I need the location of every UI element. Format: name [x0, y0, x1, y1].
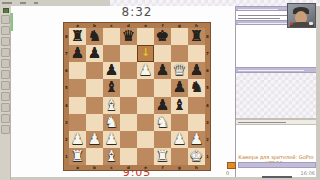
square-g4[interactable]: ♝ [171, 97, 188, 114]
piece-black-bishop-c5[interactable]: ♝ [105, 80, 118, 95]
square-d6[interactable] [120, 62, 137, 79]
square-c1[interactable]: ♝ [103, 148, 120, 165]
piece-white-pawn-e6[interactable]: ♟ [139, 63, 152, 78]
piece-white-knight-f3[interactable]: ♞ [156, 115, 169, 130]
rank-label: 4 [205, 97, 210, 114]
piece-white-pawn-g2[interactable]: ♟ [173, 132, 186, 147]
panel-section-strip [236, 67, 316, 73]
square-f8[interactable]: ♚ [154, 28, 171, 45]
square-c4[interactable]: ♝ [103, 97, 120, 114]
file-label: g [171, 165, 188, 170]
file-label: a [69, 165, 86, 170]
piece-black-knight-b8[interactable]: ♞ [88, 29, 101, 44]
side-tool-button[interactable] [1, 92, 10, 101]
opponent-clock: 8:32 [102, 5, 172, 19]
square-e7[interactable]: ↓ [137, 45, 154, 62]
piece-black-pawn-c6[interactable]: ♟ [105, 63, 118, 78]
window-title-text-placeholder [2, 2, 12, 5]
rank-label: 2 [205, 131, 210, 148]
square-f7[interactable] [154, 45, 171, 62]
square-f5[interactable] [154, 79, 171, 96]
square-b3[interactable] [86, 114, 103, 131]
square-h4[interactable] [188, 97, 205, 114]
chess-board: abcdefgh8♜♞♛♚♜87♟♟↓76♟♟♟♛♟65♝♟♞54♝♟♝43♞♞… [63, 22, 211, 171]
rank-label: 3 [205, 114, 210, 131]
piece-white-bishop-c4[interactable]: ♝ [105, 98, 118, 113]
square-c2[interactable]: ♟ [103, 131, 120, 148]
square-b7[interactable]: ♟ [86, 45, 103, 62]
square-g8[interactable] [171, 28, 188, 45]
square-d3[interactable] [120, 114, 137, 131]
square-c3[interactable]: ♞ [103, 114, 120, 131]
webcam-control-icon[interactable] [309, 22, 313, 25]
square-d4[interactable] [120, 97, 137, 114]
square-d7[interactable] [120, 45, 137, 62]
piece-white-king-h1[interactable]: ♚ [190, 149, 203, 164]
rank-label: 8 [205, 28, 210, 45]
piece-black-pawn-f4[interactable]: ♟ [156, 98, 169, 113]
piece-white-queen-g6[interactable]: ♛ [173, 63, 186, 78]
square-g5[interactable]: ♟ [171, 79, 188, 96]
side-tool-button[interactable] [1, 15, 10, 24]
square-b2[interactable]: ♟ [86, 131, 103, 148]
square-a4[interactable] [69, 97, 86, 114]
webcam-feed [287, 3, 316, 28]
piece-black-queen-d8[interactable]: ♛ [122, 29, 135, 44]
piece-black-pawn-a7[interactable]: ♟ [71, 46, 84, 61]
file-label: f [154, 165, 171, 170]
file-label: c [103, 165, 120, 170]
square-h8[interactable]: ♜ [188, 28, 205, 45]
panel-timestamp: 16:06 [295, 170, 315, 176]
square-f4[interactable]: ♟ [154, 97, 171, 114]
square-e6[interactable]: ♟ [137, 62, 154, 79]
side-tool-button[interactable] [1, 48, 10, 57]
window-title-text-placeholder [20, 2, 26, 5]
square-d5[interactable] [120, 79, 137, 96]
piece-black-pawn-g5[interactable]: ♟ [173, 80, 186, 95]
window-title-text-placeholder [34, 2, 38, 5]
piece-black-king-f8[interactable]: ♚ [156, 29, 169, 44]
side-tool-button[interactable] [1, 26, 10, 35]
square-g3[interactable] [171, 114, 188, 131]
piece-black-pawn-f6[interactable]: ♟ [156, 63, 169, 78]
square-b6[interactable] [86, 62, 103, 79]
piece-black-pawn-h6[interactable]: ♟ [190, 63, 203, 78]
piece-white-rook-f1[interactable]: ♜ [156, 149, 169, 164]
rank-label: 7 [205, 45, 210, 62]
square-h2[interactable]: ♟ [188, 131, 205, 148]
board-corner [205, 165, 210, 170]
file-label: d [120, 165, 137, 170]
hint-arrow-icon: ↓ [137, 46, 154, 60]
record-indicator-icon [290, 22, 293, 25]
square-f1[interactable]: ♜ [154, 148, 171, 165]
side-tool-button[interactable] [1, 114, 10, 123]
right-panel: Камера для зрителей: GoPro HERO3+ [235, 6, 316, 177]
square-e8[interactable] [137, 28, 154, 45]
broadcast-button[interactable] [227, 162, 236, 170]
square-f3[interactable]: ♞ [154, 114, 171, 131]
viewer-counter: 0 [226, 170, 229, 176]
piece-black-knight-h5[interactable]: ♞ [190, 80, 203, 95]
piece-black-pawn-b7[interactable]: ♟ [88, 46, 101, 61]
square-e1[interactable] [137, 148, 154, 165]
rank-label: 5 [205, 79, 210, 96]
piece-white-pawn-a2[interactable]: ♟ [71, 132, 84, 147]
square-a3[interactable] [69, 114, 86, 131]
square-a7[interactable]: ♟ [69, 45, 86, 62]
piece-black-rook-h8[interactable]: ♜ [190, 29, 203, 44]
side-tool-button[interactable] [1, 70, 10, 79]
side-tool-button[interactable] [1, 103, 10, 112]
square-e3[interactable] [137, 114, 154, 131]
square-e2[interactable] [137, 131, 154, 148]
square-a1[interactable]: ♜ [69, 148, 86, 165]
file-label: b [86, 165, 103, 170]
file-label: e [137, 165, 154, 170]
square-a5[interactable] [69, 79, 86, 96]
piece-white-pawn-c2[interactable]: ♟ [105, 132, 118, 147]
rank-label: 6 [205, 62, 210, 79]
rank-label: 1 [205, 148, 210, 165]
square-c7[interactable] [103, 45, 120, 62]
square-c6[interactable]: ♟ [103, 62, 120, 79]
square-g1[interactable] [171, 148, 188, 165]
square-c8[interactable] [103, 28, 120, 45]
square-d1[interactable] [120, 148, 137, 165]
square-a2[interactable]: ♟ [69, 131, 86, 148]
square-g2[interactable]: ♟ [171, 131, 188, 148]
square-g7[interactable] [171, 45, 188, 62]
piece-white-rook-a1[interactable]: ♜ [71, 149, 84, 164]
piece-black-bishop-g4[interactable]: ♝ [173, 98, 186, 113]
square-c5[interactable]: ♝ [103, 79, 120, 96]
square-d8[interactable]: ♛ [120, 28, 137, 45]
piece-white-pawn-b2[interactable]: ♟ [88, 132, 101, 147]
square-a6[interactable] [69, 62, 86, 79]
square-e4[interactable] [137, 97, 154, 114]
square-d2[interactable] [120, 131, 137, 148]
square-b1[interactable] [86, 148, 103, 165]
square-h7[interactable] [188, 45, 205, 62]
square-h6[interactable]: ♟ [188, 62, 205, 79]
square-h1[interactable]: ♚ [188, 148, 205, 165]
square-f2[interactable] [154, 131, 171, 148]
square-g6[interactable]: ♛ [171, 62, 188, 79]
panel-accent-line [11, 13, 13, 31]
side-tool-button[interactable] [1, 81, 10, 90]
piece-white-pawn-h2[interactable]: ♟ [190, 132, 203, 147]
panel-pattern-area [236, 73, 316, 119]
left-tool-rail [0, 13, 11, 180]
square-h3[interactable] [188, 114, 205, 131]
panel-divider-strip [236, 119, 316, 125]
square-f6[interactable]: ♟ [154, 62, 171, 79]
square-b4[interactable] [86, 97, 103, 114]
piece-white-bishop-c1[interactable]: ♝ [105, 149, 118, 164]
side-tool-button[interactable] [1, 59, 10, 68]
square-h5[interactable]: ♞ [188, 79, 205, 96]
file-label: h [188, 165, 205, 170]
broadcast-status-bar[interactable] [238, 162, 316, 169]
square-b5[interactable] [86, 79, 103, 96]
square-b8[interactable]: ♞ [86, 28, 103, 45]
piece-black-rook-a8[interactable]: ♜ [71, 29, 84, 44]
piece-white-knight-c3[interactable]: ♞ [105, 115, 118, 130]
side-tool-button[interactable] [1, 125, 10, 134]
square-a8[interactable]: ♜ [69, 28, 86, 45]
side-tool-button[interactable] [1, 37, 10, 46]
square-e5[interactable] [137, 79, 154, 96]
